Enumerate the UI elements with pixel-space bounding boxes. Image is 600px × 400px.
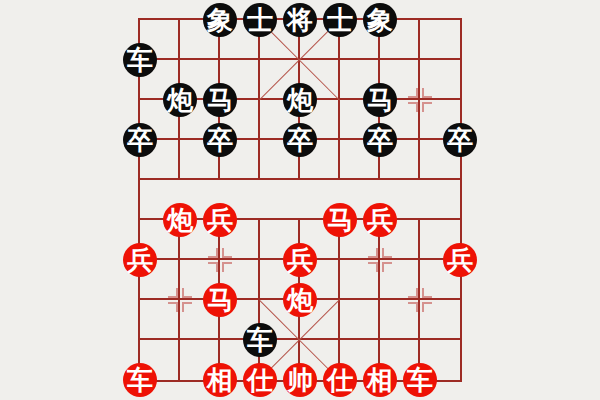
point-marker-corner — [408, 102, 418, 112]
piece-red-chariot-2[interactable]: 车 — [403, 363, 437, 397]
point-marker-corner — [382, 262, 392, 272]
point-marker-corner — [182, 288, 192, 298]
point-marker-corner — [208, 262, 218, 272]
point-marker-corner — [382, 248, 392, 258]
piece-black-soldier-4[interactable]: 卒 — [363, 123, 397, 157]
point-marker-corner — [422, 102, 432, 112]
grid-cell — [420, 180, 460, 220]
point-marker — [407, 287, 433, 313]
piece-red-horse-2[interactable]: 马 — [203, 283, 237, 317]
piece-black-cannon-1[interactable]: 炮 — [163, 83, 197, 117]
piece-black-soldier-1[interactable]: 卒 — [123, 123, 157, 157]
point-marker-corner — [222, 248, 232, 258]
piece-red-soldier-5[interactable]: 兵 — [443, 243, 477, 277]
piece-red-advisor-1[interactable]: 仕 — [243, 363, 277, 397]
point-marker-corner — [422, 302, 432, 312]
piece-black-horse-2[interactable]: 马 — [363, 83, 397, 117]
point-marker-corner — [408, 302, 418, 312]
piece-red-soldier-4[interactable]: 兵 — [283, 243, 317, 277]
piece-red-elephant-1[interactable]: 相 — [203, 363, 237, 397]
point-marker-corner — [422, 88, 432, 98]
point-marker-corner — [368, 262, 378, 272]
piece-black-soldier-5[interactable]: 卒 — [443, 123, 477, 157]
piece-red-cannon-2[interactable]: 炮 — [283, 283, 317, 317]
point-marker — [167, 287, 193, 313]
piece-red-soldier-2[interactable]: 兵 — [363, 203, 397, 237]
piece-black-advisor-1[interactable]: 士 — [243, 3, 277, 37]
point-marker-corner — [182, 302, 192, 312]
point-marker-corner — [168, 302, 178, 312]
grid-cell — [420, 20, 460, 60]
point-marker — [407, 87, 433, 113]
board-grid — [138, 18, 462, 382]
piece-black-elephant-1[interactable]: 象 — [203, 3, 237, 37]
grid-cell — [340, 300, 380, 340]
piece-black-advisor-2[interactable]: 士 — [323, 3, 357, 37]
piece-red-soldier-1[interactable]: 兵 — [203, 203, 237, 237]
point-marker-corner — [422, 288, 432, 298]
point-marker-corner — [408, 88, 418, 98]
piece-black-elephant-2[interactable]: 象 — [363, 3, 397, 37]
piece-red-horse-1[interactable]: 马 — [323, 203, 357, 237]
piece-black-chariot-1[interactable]: 车 — [123, 43, 157, 77]
grid-cell — [260, 180, 300, 220]
piece-red-chariot-1[interactable]: 车 — [123, 363, 157, 397]
point-marker — [367, 247, 393, 273]
piece-black-cannon-2[interactable]: 炮 — [283, 83, 317, 117]
piece-red-advisor-2[interactable]: 仕 — [323, 363, 357, 397]
piece-red-elephant-2[interactable]: 相 — [363, 363, 397, 397]
piece-black-chariot-2[interactable]: 车 — [243, 323, 277, 357]
piece-black-general[interactable]: 将 — [283, 3, 317, 37]
point-marker-corner — [168, 288, 178, 298]
xiangqi-board: 象士将士象车炮马炮马卒卒卒卒卒车炮兵马兵兵兵兵马炮车相仕帅仕相车 — [0, 0, 600, 400]
point-marker-corner — [208, 248, 218, 258]
piece-red-cannon-1[interactable]: 炮 — [163, 203, 197, 237]
piece-black-soldier-3[interactable]: 卒 — [283, 123, 317, 157]
piece-black-soldier-2[interactable]: 卒 — [203, 123, 237, 157]
piece-red-marshal[interactable]: 帅 — [283, 363, 317, 397]
point-marker-corner — [408, 288, 418, 298]
piece-red-soldier-3[interactable]: 兵 — [123, 243, 157, 277]
point-marker-corner — [368, 248, 378, 258]
piece-black-horse-1[interactable]: 马 — [203, 83, 237, 117]
point-marker-corner — [222, 262, 232, 272]
point-marker — [207, 247, 233, 273]
